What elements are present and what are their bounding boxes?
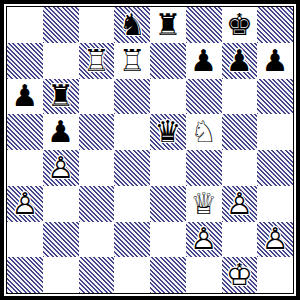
square-b4[interactable]: ♟♙ (43, 150, 79, 186)
black-king-icon: ♚ (222, 10, 258, 40)
square-d1[interactable] (114, 257, 150, 293)
square-h7[interactable]: ♟ (257, 43, 293, 79)
square-f3[interactable]: ♛♕ (186, 186, 222, 222)
white-king-icon: ♔ (222, 260, 258, 290)
square-e3[interactable] (150, 186, 186, 222)
black-pawn[interactable]: ♟ (7, 79, 43, 115)
square-h8[interactable] (257, 7, 293, 43)
square-h3[interactable] (257, 186, 293, 222)
white-pawn[interactable]: ♟♙ (7, 186, 43, 222)
square-c2[interactable] (79, 222, 115, 258)
white-pawn-icon: ♙ (186, 224, 222, 254)
white-knight-icon: ♘ (186, 117, 222, 147)
square-g6[interactable] (222, 79, 258, 115)
white-king[interactable]: ♚♔ (222, 257, 258, 293)
square-b2[interactable] (43, 222, 79, 258)
square-e2[interactable] (150, 222, 186, 258)
black-rook[interactable]: ♜ (150, 7, 186, 43)
square-g3[interactable]: ♟♙ (222, 186, 258, 222)
black-king[interactable]: ♚ (222, 7, 258, 43)
square-e1[interactable] (150, 257, 186, 293)
square-d3[interactable] (114, 186, 150, 222)
square-a2[interactable] (7, 222, 43, 258)
square-b7[interactable] (43, 43, 79, 79)
square-g8[interactable]: ♚ (222, 7, 258, 43)
square-h6[interactable] (257, 79, 293, 115)
square-b6[interactable]: ♜ (43, 79, 79, 115)
square-f7[interactable]: ♟ (186, 43, 222, 79)
square-b3[interactable] (43, 186, 79, 222)
square-d5[interactable] (114, 114, 150, 150)
black-rook-icon: ♜ (150, 10, 186, 40)
square-a1[interactable] (7, 257, 43, 293)
black-pawn-icon: ♟ (257, 46, 293, 76)
square-g4[interactable] (222, 150, 258, 186)
square-f1[interactable] (186, 257, 222, 293)
black-pawn-icon: ♟ (186, 46, 222, 76)
white-pawn-icon: ♙ (7, 189, 43, 219)
black-rook-icon: ♜ (43, 81, 79, 111)
square-f2[interactable]: ♟♙ (186, 222, 222, 258)
square-f4[interactable] (186, 150, 222, 186)
square-h2[interactable]: ♟♙ (257, 222, 293, 258)
square-e7[interactable] (150, 43, 186, 79)
white-queen[interactable]: ♛♕ (186, 186, 222, 222)
square-f5[interactable]: ♞♘ (186, 114, 222, 150)
white-rook[interactable]: ♜♖ (79, 43, 115, 79)
white-pawn[interactable]: ♟♙ (222, 186, 258, 222)
black-knight-icon: ♞ (114, 10, 150, 40)
square-b5[interactable]: ♟ (43, 114, 79, 150)
white-pawn-icon: ♙ (222, 189, 258, 219)
square-e6[interactable] (150, 79, 186, 115)
square-c1[interactable] (79, 257, 115, 293)
square-e4[interactable] (150, 150, 186, 186)
square-c6[interactable] (79, 79, 115, 115)
black-pawn[interactable]: ♟ (257, 43, 293, 79)
white-pawn[interactable]: ♟♙ (186, 222, 222, 258)
black-rook[interactable]: ♜ (43, 79, 79, 115)
white-pawn[interactable]: ♟♙ (257, 222, 293, 258)
black-pawn-icon: ♟ (43, 117, 79, 147)
white-pawn[interactable]: ♟♙ (43, 150, 79, 186)
board-frame: ♞♜♚♜♖♜♖♟♟♟♟♜♟♛♞♘♟♙♟♙♛♕♟♙♟♙♟♙♚♔ (0, 0, 300, 300)
black-knight[interactable]: ♞ (114, 7, 150, 43)
square-c8[interactable] (79, 7, 115, 43)
square-e8[interactable]: ♜ (150, 7, 186, 43)
square-a8[interactable] (7, 7, 43, 43)
square-a5[interactable] (7, 114, 43, 150)
square-e5[interactable]: ♛ (150, 114, 186, 150)
black-pawn[interactable]: ♟ (186, 43, 222, 79)
white-queen-icon: ♕ (186, 189, 222, 219)
chess-board: ♞♜♚♜♖♜♖♟♟♟♟♜♟♛♞♘♟♙♟♙♛♕♟♙♟♙♟♙♚♔ (6, 6, 294, 294)
square-c7[interactable]: ♜♖ (79, 43, 115, 79)
square-f8[interactable] (186, 7, 222, 43)
square-b1[interactable] (43, 257, 79, 293)
square-g2[interactable] (222, 222, 258, 258)
square-c4[interactable] (79, 150, 115, 186)
black-pawn-icon: ♟ (222, 46, 258, 76)
square-f6[interactable] (186, 79, 222, 115)
square-a4[interactable] (7, 150, 43, 186)
square-g7[interactable]: ♟ (222, 43, 258, 79)
white-pawn-icon: ♙ (257, 224, 293, 254)
square-c3[interactable] (79, 186, 115, 222)
square-h1[interactable] (257, 257, 293, 293)
square-g1[interactable]: ♚♔ (222, 257, 258, 293)
square-b8[interactable] (43, 7, 79, 43)
square-a3[interactable]: ♟♙ (7, 186, 43, 222)
square-a7[interactable] (7, 43, 43, 79)
square-d4[interactable] (114, 150, 150, 186)
square-c5[interactable] (79, 114, 115, 150)
square-d7[interactable]: ♜♖ (114, 43, 150, 79)
black-queen[interactable]: ♛ (150, 114, 186, 150)
square-g5[interactable] (222, 114, 258, 150)
black-pawn-icon: ♟ (7, 81, 43, 111)
square-d6[interactable] (114, 79, 150, 115)
square-d2[interactable] (114, 222, 150, 258)
black-queen-icon: ♛ (150, 117, 186, 147)
white-pawn-icon: ♙ (43, 153, 79, 183)
white-rook[interactable]: ♜♖ (114, 43, 150, 79)
square-a6[interactable]: ♟ (7, 79, 43, 115)
white-knight[interactable]: ♞♘ (186, 114, 222, 150)
black-pawn[interactable]: ♟ (222, 43, 258, 79)
black-pawn[interactable]: ♟ (43, 114, 79, 150)
square-h5[interactable] (257, 114, 293, 150)
square-h4[interactable] (257, 150, 293, 186)
white-rook-icon: ♖ (79, 46, 115, 76)
square-d8[interactable]: ♞ (114, 7, 150, 43)
white-rook-icon: ♖ (114, 46, 150, 76)
